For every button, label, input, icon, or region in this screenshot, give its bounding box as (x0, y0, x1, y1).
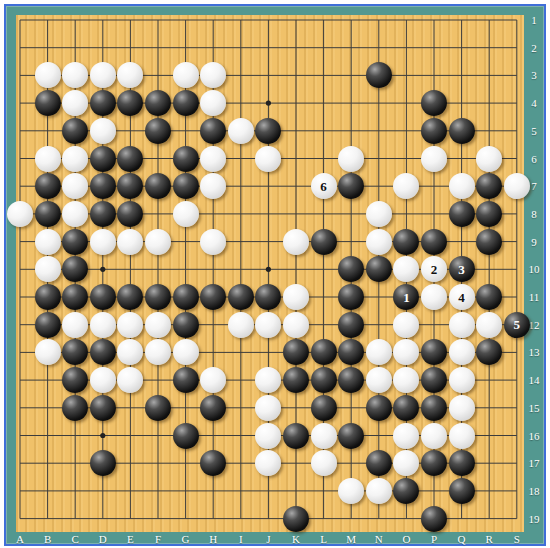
white-stone-K9[interactable] (283, 229, 309, 255)
row-label-19: 19 (529, 513, 540, 525)
black-stone-F4[interactable] (145, 90, 171, 116)
white-stone-Q13[interactable] (449, 339, 475, 365)
black-stone-B7[interactable] (35, 173, 61, 199)
black-stone-M12[interactable] (338, 312, 364, 338)
star-point (100, 267, 105, 272)
black-stone-K14[interactable] (283, 367, 309, 393)
star-point (266, 267, 271, 272)
black-stone-D13[interactable] (90, 339, 116, 365)
black-stone-B11[interactable] (35, 284, 61, 310)
white-stone-D3[interactable] (90, 62, 116, 88)
black-stone-F15[interactable] (145, 395, 171, 421)
row-label-3: 3 (531, 69, 537, 81)
go-game-screenshot: ABCDEFGHIJKLMNOPQRS123456789101112131415… (0, 0, 550, 548)
row-label-8: 8 (531, 208, 537, 220)
black-stone-H5[interactable] (200, 118, 226, 144)
column-label-O: O (402, 533, 410, 545)
black-stone-D7[interactable] (90, 173, 116, 199)
black-stone-C5[interactable] (62, 118, 88, 144)
row-label-12: 12 (529, 319, 540, 331)
white-stone-D9[interactable] (90, 229, 116, 255)
column-label-F: F (155, 533, 161, 545)
white-stone-L16[interactable] (311, 423, 337, 449)
black-stone-P14[interactable] (421, 367, 447, 393)
black-stone-G14[interactable] (173, 367, 199, 393)
black-stone-D15[interactable] (90, 395, 116, 421)
white-stone-K11[interactable] (283, 284, 309, 310)
white-stone-H9[interactable] (200, 229, 226, 255)
white-stone-B3[interactable] (35, 62, 61, 88)
white-stone-C8[interactable] (62, 201, 88, 227)
column-label-G: G (182, 533, 190, 545)
column-label-I: I (239, 533, 243, 545)
black-stone-B8[interactable] (35, 201, 61, 227)
row-label-5: 5 (531, 125, 537, 137)
white-stone-Q12[interactable] (449, 312, 475, 338)
white-stone-I12[interactable] (228, 312, 254, 338)
black-stone-G4[interactable] (173, 90, 199, 116)
black-stone-D11[interactable] (90, 284, 116, 310)
row-label-18: 18 (529, 485, 540, 497)
black-stone-P17[interactable] (421, 450, 447, 476)
white-stone-E9[interactable] (117, 229, 143, 255)
row-label-14: 14 (529, 374, 540, 386)
column-label-C: C (72, 533, 79, 545)
white-stone-P11[interactable] (421, 284, 447, 310)
black-stone-C15[interactable] (62, 395, 88, 421)
black-stone-L9[interactable] (311, 229, 337, 255)
black-stone-P15[interactable] (421, 395, 447, 421)
black-stone-H15[interactable] (200, 395, 226, 421)
white-stone-B10[interactable] (35, 256, 61, 282)
black-stone-M16[interactable] (338, 423, 364, 449)
black-stone-P9[interactable] (421, 229, 447, 255)
white-stone-Q7[interactable] (449, 173, 475, 199)
star-point (100, 433, 105, 438)
column-label-E: E (127, 533, 134, 545)
white-stone-F12[interactable] (145, 312, 171, 338)
black-stone-N15[interactable] (366, 395, 392, 421)
black-stone-Q5[interactable] (449, 118, 475, 144)
black-stone-P19[interactable] (421, 506, 447, 532)
column-label-A: A (16, 533, 24, 545)
black-stone-G7[interactable] (173, 173, 199, 199)
black-stone-G11[interactable] (173, 284, 199, 310)
white-stone-D5[interactable] (90, 118, 116, 144)
black-stone-F11[interactable] (145, 284, 171, 310)
white-stone-P6[interactable] (421, 146, 447, 172)
black-stone-R8[interactable] (476, 201, 502, 227)
black-stone-Q18[interactable] (449, 478, 475, 504)
black-stone-L15[interactable] (311, 395, 337, 421)
black-stone-S12[interactable]: 5 (504, 312, 530, 338)
white-stone-E12[interactable] (117, 312, 143, 338)
column-label-R: R (486, 533, 493, 545)
black-stone-G6[interactable] (173, 146, 199, 172)
black-stone-N17[interactable] (366, 450, 392, 476)
white-stone-O12[interactable] (393, 312, 419, 338)
black-stone-C11[interactable] (62, 284, 88, 310)
move-number-label: 4 (458, 291, 465, 304)
move-number-label: 2 (431, 263, 438, 276)
white-stone-C12[interactable] (62, 312, 88, 338)
black-stone-Q8[interactable] (449, 201, 475, 227)
column-label-Q: Q (458, 533, 466, 545)
white-stone-J6[interactable] (255, 146, 281, 172)
black-stone-F5[interactable] (145, 118, 171, 144)
black-stone-L14[interactable] (311, 367, 337, 393)
black-stone-O9[interactable] (393, 229, 419, 255)
black-stone-D8[interactable] (90, 201, 116, 227)
white-stone-F9[interactable] (145, 229, 171, 255)
black-stone-N10[interactable] (366, 256, 392, 282)
white-stone-K12[interactable] (283, 312, 309, 338)
column-label-P: P (431, 533, 437, 545)
black-stone-R11[interactable] (476, 284, 502, 310)
row-label-13: 13 (529, 346, 540, 358)
column-label-B: B (44, 533, 51, 545)
white-stone-N14[interactable] (366, 367, 392, 393)
white-stone-G8[interactable] (173, 201, 199, 227)
white-stone-N18[interactable] (366, 478, 392, 504)
black-stone-N3[interactable] (366, 62, 392, 88)
row-label-9: 9 (531, 236, 537, 248)
white-stone-N13[interactable] (366, 339, 392, 365)
black-stone-B12[interactable] (35, 312, 61, 338)
black-stone-D4[interactable] (90, 90, 116, 116)
column-label-N: N (375, 533, 383, 545)
white-stone-G13[interactable] (173, 339, 199, 365)
column-label-D: D (99, 533, 107, 545)
column-label-M: M (346, 533, 356, 545)
move-number-label: 1 (403, 291, 410, 304)
white-stone-N9[interactable] (366, 229, 392, 255)
white-stone-L7[interactable]: 6 (311, 173, 337, 199)
move-number-label: 5 (514, 318, 521, 331)
white-stone-D12[interactable] (90, 312, 116, 338)
black-stone-D17[interactable] (90, 450, 116, 476)
white-stone-B13[interactable] (35, 339, 61, 365)
white-stone-M6[interactable] (338, 146, 364, 172)
black-stone-H11[interactable] (200, 284, 226, 310)
column-label-S: S (514, 533, 520, 545)
column-label-K: K (292, 533, 300, 545)
white-stone-D14[interactable] (90, 367, 116, 393)
row-label-10: 10 (529, 263, 540, 275)
black-stone-I11[interactable] (228, 284, 254, 310)
white-stone-R12[interactable] (476, 312, 502, 338)
black-stone-J5[interactable] (255, 118, 281, 144)
row-label-1: 1 (531, 14, 537, 26)
white-stone-J16[interactable] (255, 423, 281, 449)
white-stone-S7[interactable] (504, 173, 530, 199)
black-stone-Q10[interactable]: 3 (449, 256, 475, 282)
white-stone-Q15[interactable] (449, 395, 475, 421)
column-label-L: L (320, 533, 327, 545)
white-stone-P16[interactable] (421, 423, 447, 449)
black-stone-B4[interactable] (35, 90, 61, 116)
row-label-2: 2 (531, 42, 537, 54)
black-stone-C9[interactable] (62, 229, 88, 255)
black-stone-K16[interactable] (283, 423, 309, 449)
black-stone-F7[interactable] (145, 173, 171, 199)
move-number-label: 3 (458, 263, 465, 276)
white-stone-Q11[interactable]: 4 (449, 284, 475, 310)
black-stone-P4[interactable] (421, 90, 447, 116)
black-stone-G16[interactable] (173, 423, 199, 449)
white-stone-M18[interactable] (338, 478, 364, 504)
move-number-label: 6 (320, 180, 327, 193)
star-point (266, 101, 271, 106)
row-label-16: 16 (529, 430, 540, 442)
black-stone-G12[interactable] (173, 312, 199, 338)
white-stone-L17[interactable] (311, 450, 337, 476)
white-stone-I5[interactable] (228, 118, 254, 144)
black-stone-P5[interactable] (421, 118, 447, 144)
black-stone-K19[interactable] (283, 506, 309, 532)
white-stone-R6[interactable] (476, 146, 502, 172)
white-stone-Q16[interactable] (449, 423, 475, 449)
row-label-17: 17 (529, 457, 540, 469)
black-stone-L13[interactable] (311, 339, 337, 365)
white-stone-J12[interactable] (255, 312, 281, 338)
black-stone-O15[interactable] (393, 395, 419, 421)
white-stone-Q14[interactable] (449, 367, 475, 393)
row-label-15: 15 (529, 402, 540, 414)
white-stone-J15[interactable] (255, 395, 281, 421)
black-stone-E6[interactable] (117, 146, 143, 172)
black-stone-M11[interactable] (338, 284, 364, 310)
row-label-11: 11 (529, 291, 540, 303)
white-stone-B9[interactable] (35, 229, 61, 255)
column-label-J: J (266, 533, 270, 545)
black-stone-Q17[interactable] (449, 450, 475, 476)
white-stone-O16[interactable] (393, 423, 419, 449)
white-stone-H6[interactable] (200, 146, 226, 172)
white-stone-N8[interactable] (366, 201, 392, 227)
white-stone-C6[interactable] (62, 146, 88, 172)
row-label-4: 4 (531, 97, 537, 109)
black-stone-R9[interactable] (476, 229, 502, 255)
column-label-H: H (209, 533, 217, 545)
row-label-7: 7 (531, 180, 537, 192)
white-stone-B6[interactable] (35, 146, 61, 172)
white-stone-A8[interactable] (7, 201, 33, 227)
row-label-6: 6 (531, 153, 537, 165)
white-stone-G3[interactable] (173, 62, 199, 88)
black-stone-D6[interactable] (90, 146, 116, 172)
